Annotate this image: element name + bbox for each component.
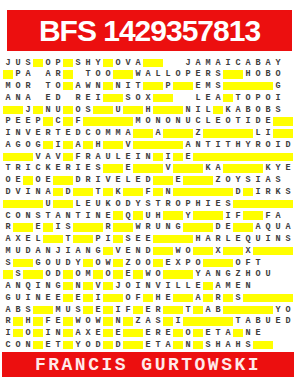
blocked-cell — [63, 104, 73, 116]
blocked-cell — [173, 163, 183, 175]
letter-cell: L — [203, 104, 213, 116]
blocked-cell — [93, 104, 103, 116]
letter-cell: V — [103, 175, 113, 187]
letter-cell: B — [263, 104, 273, 116]
letter-cell: S — [83, 104, 93, 116]
blocked-cell — [163, 175, 173, 187]
blocked-cell — [23, 257, 33, 269]
blocked-cell — [173, 304, 183, 316]
letter-cell: D — [123, 198, 133, 210]
blocked-cell — [23, 222, 33, 234]
letter-cell: I — [23, 186, 33, 198]
letter-cell: E — [193, 69, 203, 81]
letter-cell: F — [123, 304, 133, 316]
blocked-cell — [43, 233, 53, 245]
letter-cell: O — [163, 116, 173, 128]
letter-cell: A — [123, 128, 133, 140]
blocked-cell — [93, 222, 103, 234]
letter-cell: I — [63, 245, 73, 257]
blocked-cell — [63, 269, 73, 281]
letter-cell: E — [113, 175, 123, 187]
letter-cell: B — [263, 69, 273, 81]
blocked-cell — [123, 339, 133, 351]
letter-cell: H — [83, 57, 93, 69]
blocked-cell — [173, 269, 183, 281]
letter-cell: E — [93, 304, 103, 316]
letter-cell: N — [243, 280, 253, 292]
blocked-cell — [103, 339, 113, 351]
letter-cell: Y — [233, 175, 243, 187]
letter-cell: A — [73, 245, 83, 257]
letter-cell: A — [3, 304, 13, 316]
letter-cell: A — [93, 151, 103, 163]
letter-cell: W — [83, 81, 93, 93]
letter-cell: A — [33, 245, 43, 257]
letter-cell: M — [3, 81, 13, 93]
blocked-cell — [203, 222, 213, 234]
empty-cell — [173, 92, 183, 104]
letter-cell: R — [63, 163, 73, 175]
blocked-cell — [233, 304, 243, 316]
letter-cell: E — [123, 163, 133, 175]
blocked-cell — [203, 151, 213, 163]
letter-cell: S — [153, 316, 163, 328]
title-banner: BFS 1429357813 — [7, 10, 292, 51]
letter-cell: A — [273, 210, 283, 222]
letter-cell: R — [153, 304, 163, 316]
blocked-cell — [163, 210, 173, 222]
blocked-cell — [243, 304, 253, 316]
letter-cell: F — [43, 316, 53, 328]
letter-cell: U — [143, 210, 153, 222]
blocked-cell — [73, 222, 83, 234]
blocked-cell — [193, 327, 203, 339]
blocked-cell — [193, 163, 203, 175]
blocked-cell — [283, 128, 293, 140]
blocked-cell — [223, 81, 233, 93]
letter-cell: K — [203, 163, 213, 175]
letter-cell: W — [73, 316, 83, 328]
letter-cell: N — [93, 81, 103, 93]
letter-cell: T — [233, 92, 243, 104]
empty-cell — [283, 210, 293, 222]
letter-cell: H — [193, 233, 203, 245]
letter-cell: O — [173, 69, 183, 81]
letter-cell: N — [43, 104, 53, 116]
blocked-cell — [223, 128, 233, 140]
letter-cell: P — [53, 57, 63, 69]
letter-cell: M — [3, 245, 13, 257]
letter-cell: T — [223, 139, 233, 151]
blocked-cell — [153, 92, 163, 104]
letter-cell: U — [13, 292, 23, 304]
letter-cell: W — [133, 69, 143, 81]
letter-cell: E — [13, 175, 23, 187]
blocked-cell — [203, 128, 213, 140]
blocked-cell — [193, 151, 203, 163]
letter-cell: E — [123, 245, 133, 257]
blocked-cell — [193, 316, 203, 328]
letter-cell: Y — [243, 139, 253, 151]
letter-cell: S — [63, 222, 73, 234]
blocked-cell — [213, 104, 223, 116]
blocked-cell — [63, 81, 73, 93]
blocked-cell — [13, 222, 23, 234]
letter-cell: O — [93, 128, 103, 140]
letter-cell: U — [53, 104, 63, 116]
blocked-cell — [153, 163, 163, 175]
blocked-cell — [43, 304, 53, 316]
blocked-cell — [203, 257, 213, 269]
blocked-cell — [173, 210, 183, 222]
blocked-cell — [153, 257, 163, 269]
letter-cell: O — [153, 269, 163, 281]
blocked-cell — [243, 128, 253, 140]
letter-cell: D — [63, 257, 73, 269]
letter-cell: T — [43, 210, 53, 222]
letter-cell: I — [93, 92, 103, 104]
blocked-cell — [203, 210, 213, 222]
blocked-cell — [63, 151, 73, 163]
letter-cell: R — [43, 128, 53, 140]
blocked-cell — [43, 139, 53, 151]
letter-cell: A — [163, 339, 173, 351]
blocked-cell — [163, 139, 173, 151]
letter-cell: S — [23, 57, 33, 69]
letter-cell: E — [43, 292, 53, 304]
letter-cell: U — [263, 269, 273, 281]
letter-cell: Z — [213, 175, 223, 187]
letter-cell: R — [83, 175, 93, 187]
letter-cell: O — [143, 116, 153, 128]
letter-cell: E — [83, 198, 93, 210]
blocked-cell — [243, 151, 253, 163]
letter-cell: A — [133, 57, 143, 69]
blocked-cell — [103, 245, 113, 257]
letter-cell: M — [203, 57, 213, 69]
letter-cell: I — [83, 210, 93, 222]
empty-cell — [283, 81, 293, 93]
blocked-cell — [163, 269, 173, 281]
blocked-cell — [163, 104, 173, 116]
letter-cell: E — [33, 222, 43, 234]
letter-cell: A — [243, 57, 253, 69]
blocked-cell — [153, 57, 163, 69]
letter-cell: D — [53, 269, 63, 281]
letter-cell: D — [143, 175, 153, 187]
letter-cell: L — [73, 198, 83, 210]
letter-cell: E — [63, 128, 73, 140]
blocked-cell — [83, 257, 93, 269]
letter-cell: O — [283, 304, 293, 316]
letter-cell: Q — [263, 222, 273, 234]
letter-cell: R — [3, 316, 13, 328]
blocked-cell — [223, 69, 233, 81]
blocked-cell — [153, 233, 163, 245]
letter-cell: S — [73, 304, 83, 316]
blocked-cell — [283, 292, 293, 304]
blocked-cell — [243, 222, 253, 234]
letter-cell: S — [233, 292, 243, 304]
blocked-cell — [123, 69, 133, 81]
blocked-cell — [83, 280, 93, 292]
letter-cell: O — [13, 81, 23, 93]
letter-cell: J — [53, 245, 63, 257]
blocked-cell — [253, 245, 263, 257]
letter-cell: S — [213, 81, 223, 93]
letter-cell: V — [113, 245, 123, 257]
blocked-cell — [173, 186, 183, 198]
blocked-cell — [63, 57, 73, 69]
blocked-cell — [33, 57, 43, 69]
empty-cell — [33, 69, 43, 81]
blocked-cell — [233, 81, 243, 93]
blocked-cell — [103, 304, 113, 316]
blocked-cell — [113, 139, 123, 151]
letter-cell: A — [23, 92, 33, 104]
letter-cell: D — [233, 186, 243, 198]
letter-cell: H — [143, 104, 153, 116]
blocked-cell — [63, 175, 73, 187]
blocked-cell — [123, 222, 133, 234]
letter-cell: L — [153, 69, 163, 81]
letter-cell: T — [83, 69, 93, 81]
blocked-cell — [283, 116, 293, 128]
letter-cell: O — [123, 280, 133, 292]
blocked-cell — [103, 280, 113, 292]
blocked-cell — [183, 233, 193, 245]
blocked-cell — [103, 104, 113, 116]
blocked-cell — [223, 245, 233, 257]
letter-cell: A — [213, 92, 223, 104]
blocked-cell — [283, 245, 293, 257]
letter-cell: D — [113, 339, 123, 351]
letter-cell: A — [263, 175, 273, 187]
letter-cell: N — [13, 128, 23, 140]
letter-cell: X — [143, 92, 153, 104]
blocked-cell — [53, 186, 63, 198]
letter-cell: A — [43, 151, 53, 163]
blocked-cell — [33, 269, 43, 281]
empty-cell — [273, 280, 283, 292]
letter-cell: I — [113, 304, 123, 316]
letter-cell: Y — [73, 257, 83, 269]
blocked-cell — [123, 316, 133, 328]
letter-cell: H — [243, 69, 253, 81]
blocked-cell — [143, 81, 153, 93]
letter-cell: T — [233, 116, 243, 128]
letter-cell: E — [163, 327, 173, 339]
letter-cell: N — [83, 245, 93, 257]
empty-cell — [33, 92, 43, 104]
blocked-cell — [263, 198, 273, 210]
letter-cell: E — [263, 116, 273, 128]
letter-cell: L — [193, 92, 203, 104]
blocked-cell — [133, 104, 143, 116]
blocked-cell — [53, 175, 63, 187]
letter-cell: G — [3, 292, 13, 304]
letter-cell: A — [153, 128, 163, 140]
letter-cell: T — [43, 81, 53, 93]
letter-cell: O — [43, 269, 53, 281]
letter-cell: T — [153, 198, 163, 210]
letter-cell: L — [173, 280, 183, 292]
letter-cell: N — [153, 116, 163, 128]
letter-cell: T — [63, 233, 73, 245]
letter-cell: S — [203, 339, 213, 351]
letter-cell: R — [213, 292, 223, 304]
letter-cell: I — [53, 139, 63, 151]
letter-cell: I — [263, 128, 273, 140]
blocked-cell — [173, 139, 183, 151]
letter-cell: D — [213, 222, 223, 234]
letter-cell: Y — [93, 57, 103, 69]
empty-cell — [263, 327, 273, 339]
letter-cell: D — [283, 316, 293, 328]
blocked-cell — [13, 151, 23, 163]
letter-cell: E — [283, 163, 293, 175]
letter-cell: C — [3, 339, 13, 351]
letter-cell: A — [73, 327, 83, 339]
blocked-cell — [233, 69, 243, 81]
letter-cell: D — [63, 186, 73, 198]
letter-cell: F — [233, 210, 243, 222]
blocked-cell — [203, 186, 213, 198]
letter-cell: I — [103, 233, 113, 245]
empty-cell — [283, 57, 293, 69]
blocked-cell — [183, 175, 193, 187]
blocked-cell — [83, 116, 93, 128]
letter-cell: L — [253, 128, 263, 140]
letter-cell: O — [83, 339, 93, 351]
letter-cell: U — [113, 104, 123, 116]
blocked-cell — [63, 139, 73, 151]
blocked-cell — [83, 139, 93, 151]
empty-cell — [73, 69, 83, 81]
letter-cell: D — [53, 92, 63, 104]
letter-cell: O — [113, 57, 123, 69]
blocked-cell — [173, 292, 183, 304]
letter-cell: R — [213, 233, 223, 245]
blocked-cell — [133, 163, 143, 175]
blocked-cell — [63, 292, 73, 304]
blocked-cell — [193, 186, 203, 198]
letter-cell: V — [13, 186, 23, 198]
empty-cell — [273, 339, 283, 351]
letter-cell: I — [273, 139, 283, 151]
letter-cell: B — [253, 316, 263, 328]
blocked-cell — [43, 222, 53, 234]
letter-cell: N — [163, 186, 173, 198]
empty-cell — [33, 81, 43, 93]
blocked-cell — [243, 198, 253, 210]
blocked-cell — [123, 327, 133, 339]
letter-cell: I — [253, 186, 263, 198]
letter-cell: A — [3, 92, 13, 104]
letter-cell: N — [163, 222, 173, 234]
blocked-cell — [253, 151, 263, 163]
letter-cell: Y — [273, 163, 283, 175]
letter-cell: E — [143, 304, 153, 316]
blocked-cell — [133, 269, 143, 281]
blocked-cell — [103, 139, 113, 151]
empty-cell — [63, 92, 73, 104]
letter-cell: O — [83, 316, 93, 328]
letter-cell: P — [183, 69, 193, 81]
letter-cell: O — [253, 269, 263, 281]
book-cover: BFS 1429357813 JUSOPSHYOVAJAMAICABAYPAAR… — [0, 0, 300, 388]
blocked-cell — [243, 292, 253, 304]
letter-cell: H — [193, 198, 203, 210]
letter-cell: O — [263, 139, 273, 151]
letter-cell: E — [103, 210, 113, 222]
blocked-cell — [263, 292, 273, 304]
letter-cell: A — [203, 304, 213, 316]
letter-cell: T — [153, 339, 163, 351]
letter-cell: S — [123, 92, 133, 104]
empty-cell — [163, 57, 173, 69]
blocked-cell — [223, 292, 233, 304]
blocked-cell — [213, 151, 223, 163]
letter-cell: H — [153, 210, 163, 222]
letter-cell: D — [73, 128, 83, 140]
letter-cell: R — [3, 222, 13, 234]
blocked-cell — [193, 210, 203, 222]
blocked-cell — [63, 327, 73, 339]
blocked-cell — [13, 257, 23, 269]
blocked-cell — [233, 151, 243, 163]
blocked-cell — [273, 245, 283, 257]
letter-cell: S — [273, 175, 283, 187]
blocked-cell — [103, 327, 113, 339]
letter-cell: N — [173, 116, 183, 128]
blocked-cell — [23, 151, 33, 163]
blocked-cell — [143, 163, 153, 175]
blocked-cell — [143, 57, 153, 69]
blocked-cell — [123, 104, 133, 116]
letter-cell: F — [73, 151, 83, 163]
letter-cell: N — [183, 104, 193, 116]
blocked-cell — [133, 327, 143, 339]
letter-cell: V — [153, 280, 163, 292]
letter-cell: E — [213, 116, 223, 128]
letter-cell: S — [213, 69, 223, 81]
blocked-cell — [133, 128, 143, 140]
blocked-cell — [163, 304, 173, 316]
letter-cell: E — [43, 339, 53, 351]
letter-cell: C — [3, 210, 13, 222]
letter-cell: G — [273, 81, 283, 93]
letter-cell: O — [93, 257, 103, 269]
letter-cell: V — [93, 280, 103, 292]
letter-cell: A — [223, 339, 233, 351]
letter-cell: Q — [23, 280, 33, 292]
letter-cell: X — [83, 327, 93, 339]
blocked-cell — [283, 198, 293, 210]
letter-cell: E — [73, 292, 83, 304]
letter-cell: H — [93, 139, 103, 151]
letter-cell: Z — [233, 269, 243, 281]
blocked-cell — [203, 316, 213, 328]
blocked-cell — [273, 128, 283, 140]
blocked-cell — [233, 222, 243, 234]
letter-cell: E — [273, 316, 283, 328]
letter-cell: I — [173, 316, 183, 328]
letter-cell: E — [143, 327, 153, 339]
letter-cell: A — [193, 57, 203, 69]
blocked-cell — [253, 81, 263, 93]
letter-cell: N — [73, 280, 83, 292]
